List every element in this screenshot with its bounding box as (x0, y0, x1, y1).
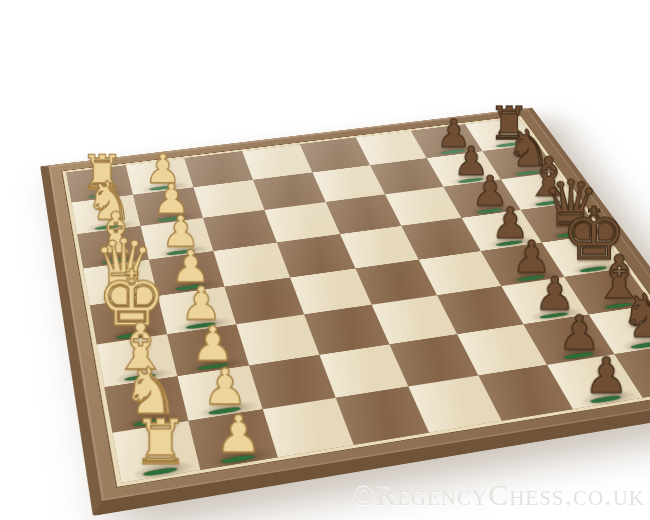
piece-white-pawn: ♟ (200, 408, 278, 460)
piece-black-pawn: ♟ (569, 351, 644, 401)
chess-board: ♜♟♟♜♞♟♟♞♝♟♟♝♛♟♟♛♚♟♟♚♝♟♟♝♞♟♟♞♜♟♟♜ (40, 107, 650, 516)
board-squares-grid: ♜♟♟♜♞♟♟♞♝♟♟♝♛♟♟♛♚♟♟♚♝♟♟♝♞♟♟♞♜♟♟♜ (66, 118, 650, 483)
watermark: ©RegencyChess.co.uk (352, 478, 645, 512)
board-frame: ♜♟♟♜♞♟♟♞♝♟♟♝♛♟♟♛♚♟♟♚♝♟♟♝♞♟♟♞♜♟♟♜ (40, 107, 650, 516)
square-h1: ♜ (113, 421, 201, 483)
chess-set-product-photo: ♜♟♟♜♞♟♟♞♝♟♟♝♛♟♟♛♚♟♟♚♝♟♟♝♞♟♟♞♜♟♟♜ ©Regenc… (0, 0, 650, 520)
square-h2: ♟ (189, 409, 279, 470)
board-inlay-border: ♜♟♟♜♞♟♟♞♝♟♟♝♛♟♟♛♚♟♟♚♝♟♟♝♞♟♟♞♜♟♟♜ (62, 116, 650, 487)
square-g4 (320, 344, 408, 398)
square-h7: ♟ (547, 354, 643, 409)
piece-white-rook: ♜ (121, 411, 200, 473)
